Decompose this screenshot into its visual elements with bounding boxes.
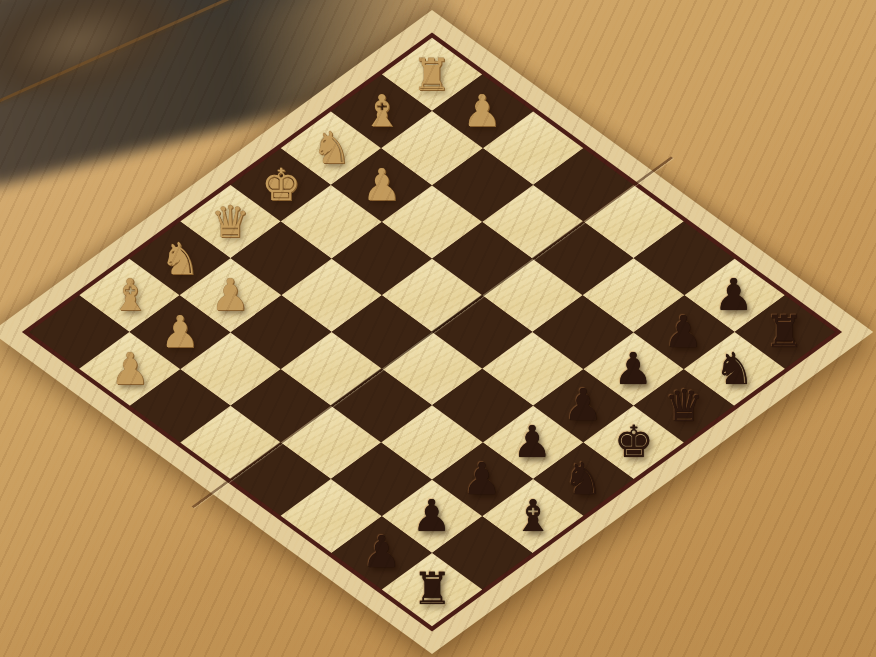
white-king[interactable]: ♚	[261, 163, 300, 207]
white-pawn[interactable]: ♟	[160, 310, 199, 354]
white-rook[interactable]: ♜	[412, 53, 451, 97]
white-knight[interactable]: ♞	[312, 126, 351, 170]
black-pawn[interactable]: ♟	[664, 310, 703, 354]
black-knight[interactable]: ♞	[715, 347, 754, 391]
white-pawn[interactable]: ♟	[211, 273, 250, 317]
black-pawn[interactable]: ♟	[715, 273, 754, 317]
black-pawn[interactable]: ♟	[563, 384, 602, 428]
black-pawn[interactable]: ♟	[513, 420, 552, 464]
white-knight[interactable]: ♞	[160, 236, 199, 280]
white-pawn[interactable]: ♟	[463, 89, 502, 133]
black-pawn[interactable]: ♟	[362, 531, 401, 575]
black-knight[interactable]: ♞	[563, 457, 602, 501]
black-queen[interactable]: ♛	[664, 384, 703, 428]
white-pawn[interactable]: ♟	[110, 347, 149, 391]
chess-photo-scene: ♜♟♟♜♝♟♞♞♟♟♛♚♟♚♛♟♞♞♟♟♝♝♟♟♟♟♜	[0, 0, 876, 657]
black-king[interactable]: ♚	[614, 420, 653, 464]
white-bishop[interactable]: ♝	[362, 89, 401, 133]
black-pawn[interactable]: ♟	[614, 347, 653, 391]
black-rook[interactable]: ♜	[412, 567, 451, 611]
black-rook[interactable]: ♜	[765, 310, 804, 354]
black-pawn[interactable]: ♟	[463, 457, 502, 501]
white-bishop[interactable]: ♝	[110, 273, 149, 317]
black-pawn[interactable]: ♟	[412, 494, 451, 538]
black-bishop[interactable]: ♝	[513, 494, 552, 538]
white-queen[interactable]: ♛	[211, 200, 250, 244]
white-pawn[interactable]: ♟	[362, 163, 401, 207]
